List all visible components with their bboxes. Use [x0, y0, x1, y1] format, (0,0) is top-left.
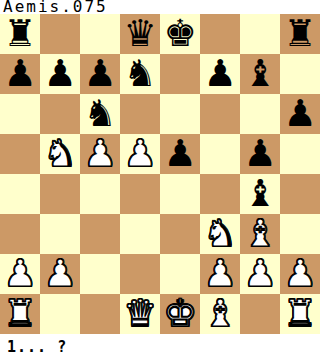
square-f5[interactable] [200, 134, 240, 174]
square-h4[interactable] [280, 174, 320, 214]
piece-white-knight: ♞ [203, 214, 236, 254]
square-h5[interactable] [280, 134, 320, 174]
square-c6[interactable]: ♞ [80, 94, 120, 134]
piece-white-pawn: ♟ [123, 134, 156, 174]
square-e1[interactable]: ♚ [160, 294, 200, 334]
piece-white-pawn: ♟ [83, 134, 116, 174]
square-a5[interactable] [0, 134, 40, 174]
square-h7[interactable] [280, 54, 320, 94]
square-a4[interactable] [0, 174, 40, 214]
piece-white-bishop: ♝ [203, 294, 236, 334]
square-c3[interactable] [80, 214, 120, 254]
piece-black-rook: ♜ [283, 14, 316, 54]
square-g8[interactable] [240, 14, 280, 54]
piece-white-pawn: ♟ [43, 254, 76, 294]
square-f8[interactable] [200, 14, 240, 54]
square-a3[interactable] [0, 214, 40, 254]
square-d6[interactable] [120, 94, 160, 134]
square-g4[interactable]: ♝ [240, 174, 280, 214]
square-d7[interactable]: ♞ [120, 54, 160, 94]
square-e8[interactable]: ♚ [160, 14, 200, 54]
square-a6[interactable] [0, 94, 40, 134]
piece-white-pawn: ♟ [203, 254, 236, 294]
square-b4[interactable] [40, 174, 80, 214]
square-f7[interactable]: ♟ [200, 54, 240, 94]
chess-board: ♜♛♚♜♟♟♟♞♟♝♞♟♞♟♟♟♟♝♞♝♟♟♟♟♟♜♛♚♝♜ [0, 14, 320, 334]
square-c1[interactable] [80, 294, 120, 334]
square-c7[interactable]: ♟ [80, 54, 120, 94]
square-g2[interactable]: ♟ [240, 254, 280, 294]
piece-black-pawn: ♟ [283, 94, 316, 134]
square-b2[interactable]: ♟ [40, 254, 80, 294]
square-f3[interactable]: ♞ [200, 214, 240, 254]
square-c8[interactable] [80, 14, 120, 54]
square-a2[interactable]: ♟ [0, 254, 40, 294]
move-prompt: 1... ? [0, 334, 320, 360]
square-g5[interactable]: ♟ [240, 134, 280, 174]
square-g3[interactable]: ♝ [240, 214, 280, 254]
piece-black-pawn: ♟ [83, 54, 116, 94]
square-d3[interactable] [120, 214, 160, 254]
piece-white-knight: ♞ [43, 134, 76, 174]
piece-black-knight: ♞ [83, 94, 116, 134]
piece-white-pawn: ♟ [283, 254, 316, 294]
square-b3[interactable] [40, 214, 80, 254]
square-c2[interactable] [80, 254, 120, 294]
square-f6[interactable] [200, 94, 240, 134]
square-h8[interactable]: ♜ [280, 14, 320, 54]
square-b7[interactable]: ♟ [40, 54, 80, 94]
piece-white-bishop: ♝ [243, 214, 276, 254]
piece-black-bishop: ♝ [243, 174, 276, 214]
square-f1[interactable]: ♝ [200, 294, 240, 334]
square-h2[interactable]: ♟ [280, 254, 320, 294]
piece-black-pawn: ♟ [163, 134, 196, 174]
piece-black-bishop: ♝ [243, 54, 276, 94]
square-d5[interactable]: ♟ [120, 134, 160, 174]
square-c5[interactable]: ♟ [80, 134, 120, 174]
square-h1[interactable]: ♜ [280, 294, 320, 334]
square-a7[interactable]: ♟ [0, 54, 40, 94]
square-e7[interactable] [160, 54, 200, 94]
piece-black-pawn: ♟ [43, 54, 76, 94]
piece-black-pawn: ♟ [243, 134, 276, 174]
square-b5[interactable]: ♞ [40, 134, 80, 174]
square-g6[interactable] [240, 94, 280, 134]
square-e2[interactable] [160, 254, 200, 294]
piece-black-pawn: ♟ [3, 54, 36, 94]
square-e5[interactable]: ♟ [160, 134, 200, 174]
square-b8[interactable] [40, 14, 80, 54]
piece-black-pawn: ♟ [203, 54, 236, 94]
square-b1[interactable] [40, 294, 80, 334]
piece-black-knight: ♞ [123, 54, 156, 94]
square-h6[interactable]: ♟ [280, 94, 320, 134]
piece-black-king: ♚ [163, 14, 196, 54]
square-e4[interactable] [160, 174, 200, 214]
square-g1[interactable] [240, 294, 280, 334]
square-d2[interactable] [120, 254, 160, 294]
page-title: Aemis.075 [0, 0, 320, 14]
piece-white-pawn: ♟ [243, 254, 276, 294]
square-f2[interactable]: ♟ [200, 254, 240, 294]
square-c4[interactable] [80, 174, 120, 214]
square-d4[interactable] [120, 174, 160, 214]
square-e6[interactable] [160, 94, 200, 134]
square-h3[interactable] [280, 214, 320, 254]
piece-white-pawn: ♟ [3, 254, 36, 294]
square-d8[interactable]: ♛ [120, 14, 160, 54]
piece-white-queen: ♛ [123, 294, 156, 334]
piece-white-rook: ♜ [3, 294, 36, 334]
square-b6[interactable] [40, 94, 80, 134]
piece-black-rook: ♜ [3, 14, 36, 54]
square-e3[interactable] [160, 214, 200, 254]
square-d1[interactable]: ♛ [120, 294, 160, 334]
piece-white-rook: ♜ [283, 294, 316, 334]
piece-white-king: ♚ [163, 294, 196, 334]
piece-black-queen: ♛ [123, 14, 156, 54]
square-g7[interactable]: ♝ [240, 54, 280, 94]
square-a1[interactable]: ♜ [0, 294, 40, 334]
square-a8[interactable]: ♜ [0, 14, 40, 54]
square-f4[interactable] [200, 174, 240, 214]
